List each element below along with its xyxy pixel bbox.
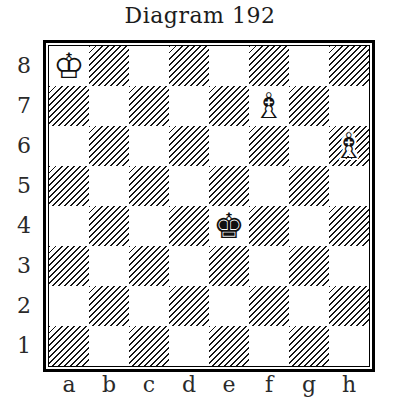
square-g5[interactable] xyxy=(289,166,329,206)
diagram-title: Diagram 192 xyxy=(0,3,400,28)
square-h7[interactable] xyxy=(329,86,369,126)
rank-label-2: 2 xyxy=(12,286,36,326)
square-e7[interactable] xyxy=(209,86,249,126)
rank-label-6: 6 xyxy=(12,126,36,166)
rank-label-5: 5 xyxy=(12,166,36,206)
square-h3[interactable] xyxy=(329,246,369,286)
square-h1[interactable] xyxy=(329,326,369,366)
square-h2[interactable] xyxy=(329,286,369,326)
black-king[interactable]: ♚ xyxy=(213,206,244,246)
square-d5[interactable] xyxy=(169,166,209,206)
square-a1[interactable] xyxy=(49,326,89,366)
square-b5[interactable] xyxy=(89,166,129,206)
file-label-c: c xyxy=(129,372,169,398)
square-b2[interactable] xyxy=(89,286,129,326)
square-a8[interactable]: ♔ xyxy=(49,46,89,86)
square-d4[interactable] xyxy=(169,206,209,246)
square-a2[interactable] xyxy=(49,286,89,326)
rank-label-7: 7 xyxy=(12,86,36,126)
white-bishop[interactable]: ♗ xyxy=(333,126,364,166)
square-e3[interactable] xyxy=(209,246,249,286)
rank-label-1: 1 xyxy=(12,326,36,366)
white-king[interactable]: ♔ xyxy=(53,46,84,86)
square-d7[interactable] xyxy=(169,86,209,126)
square-a3[interactable] xyxy=(49,246,89,286)
square-b8[interactable] xyxy=(89,46,129,86)
file-label-e: e xyxy=(209,372,249,398)
file-label-a: a xyxy=(49,372,89,398)
square-d2[interactable] xyxy=(169,286,209,326)
square-d8[interactable] xyxy=(169,46,209,86)
square-h4[interactable] xyxy=(329,206,369,246)
rank-label-3: 3 xyxy=(12,246,36,286)
rank-labels: 87654321 xyxy=(12,46,36,366)
square-c1[interactable] xyxy=(129,326,169,366)
square-b6[interactable] xyxy=(89,126,129,166)
square-g7[interactable] xyxy=(289,86,329,126)
square-a4[interactable] xyxy=(49,206,89,246)
file-label-b: b xyxy=(89,372,129,398)
file-labels: abcdefgh xyxy=(49,372,369,398)
square-c4[interactable] xyxy=(129,206,169,246)
square-c7[interactable] xyxy=(129,86,169,126)
square-g3[interactable] xyxy=(289,246,329,286)
square-f4[interactable] xyxy=(249,206,289,246)
square-d3[interactable] xyxy=(169,246,209,286)
square-c8[interactable] xyxy=(129,46,169,86)
square-a6[interactable] xyxy=(49,126,89,166)
square-b3[interactable] xyxy=(89,246,129,286)
square-f6[interactable] xyxy=(249,126,289,166)
rank-label-8: 8 xyxy=(12,46,36,86)
square-c5[interactable] xyxy=(129,166,169,206)
square-g8[interactable] xyxy=(289,46,329,86)
square-c3[interactable] xyxy=(129,246,169,286)
square-b7[interactable] xyxy=(89,86,129,126)
square-e1[interactable] xyxy=(209,326,249,366)
square-e2[interactable] xyxy=(209,286,249,326)
square-e4[interactable]: ♚ xyxy=(209,206,249,246)
square-f7[interactable]: ♗ xyxy=(249,86,289,126)
file-label-d: d xyxy=(169,372,209,398)
square-e8[interactable] xyxy=(209,46,249,86)
square-e5[interactable] xyxy=(209,166,249,206)
square-g4[interactable] xyxy=(289,206,329,246)
chess-diagram-page: Diagram 192 87654321 ♔♗♗♚ abcdefgh xyxy=(0,0,400,400)
chess-board: ♔♗♗♚ xyxy=(43,40,375,372)
square-g1[interactable] xyxy=(289,326,329,366)
rank-label-4: 4 xyxy=(12,206,36,246)
square-h8[interactable] xyxy=(329,46,369,86)
file-label-h: h xyxy=(329,372,369,398)
square-d1[interactable] xyxy=(169,326,209,366)
square-b1[interactable] xyxy=(89,326,129,366)
square-a7[interactable] xyxy=(49,86,89,126)
square-f5[interactable] xyxy=(249,166,289,206)
square-b4[interactable] xyxy=(89,206,129,246)
square-f2[interactable] xyxy=(249,286,289,326)
file-label-g: g xyxy=(289,372,329,398)
square-h6[interactable]: ♗ xyxy=(329,126,369,166)
square-e6[interactable] xyxy=(209,126,249,166)
square-g2[interactable] xyxy=(289,286,329,326)
square-c6[interactable] xyxy=(129,126,169,166)
square-h5[interactable] xyxy=(329,166,369,206)
square-c2[interactable] xyxy=(129,286,169,326)
square-f8[interactable] xyxy=(249,46,289,86)
file-label-f: f xyxy=(249,372,289,398)
white-bishop[interactable]: ♗ xyxy=(253,86,284,126)
square-f1[interactable] xyxy=(249,326,289,366)
square-g6[interactable] xyxy=(289,126,329,166)
square-a5[interactable] xyxy=(49,166,89,206)
square-d6[interactable] xyxy=(169,126,209,166)
square-f3[interactable] xyxy=(249,246,289,286)
board-grid: ♔♗♗♚ xyxy=(49,46,369,366)
